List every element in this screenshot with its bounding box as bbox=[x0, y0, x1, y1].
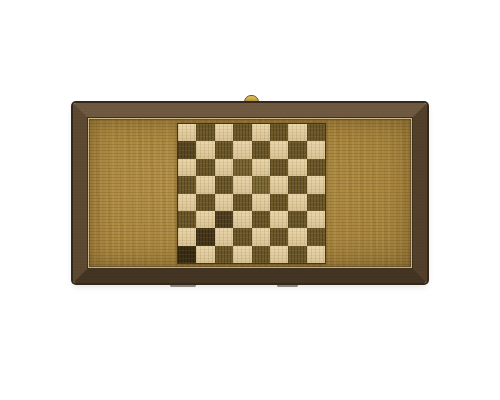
board-square bbox=[270, 228, 288, 245]
board-square bbox=[270, 211, 288, 228]
board-square bbox=[252, 211, 270, 228]
board-square bbox=[252, 228, 270, 245]
board-square bbox=[215, 228, 233, 245]
board-square bbox=[288, 124, 306, 141]
board-square bbox=[215, 211, 233, 228]
board-square bbox=[196, 228, 214, 245]
photo-background bbox=[0, 0, 500, 400]
board-square bbox=[233, 176, 251, 193]
board-square bbox=[307, 176, 325, 193]
board-square bbox=[288, 211, 306, 228]
board-square bbox=[307, 141, 325, 158]
board-square bbox=[215, 194, 233, 211]
board-square bbox=[252, 159, 270, 176]
board-square bbox=[178, 176, 196, 193]
board-square bbox=[215, 176, 233, 193]
board-square bbox=[233, 141, 251, 158]
board-square bbox=[288, 194, 306, 211]
board-square bbox=[288, 159, 306, 176]
board-square bbox=[196, 176, 214, 193]
board-square bbox=[233, 159, 251, 176]
board-square bbox=[270, 124, 288, 141]
board-square bbox=[288, 176, 306, 193]
board-square bbox=[178, 124, 196, 141]
wooden-game-box-lid bbox=[73, 103, 427, 283]
board-square bbox=[196, 141, 214, 158]
board-square bbox=[270, 194, 288, 211]
board-square bbox=[178, 228, 196, 245]
board-square bbox=[178, 159, 196, 176]
board-square bbox=[270, 246, 288, 263]
board-square bbox=[196, 159, 214, 176]
board-square bbox=[252, 176, 270, 193]
board-square bbox=[288, 228, 306, 245]
board-square bbox=[307, 211, 325, 228]
board-square bbox=[233, 211, 251, 228]
board-square bbox=[196, 124, 214, 141]
board-square bbox=[233, 228, 251, 245]
board-square bbox=[233, 124, 251, 141]
board-square bbox=[215, 141, 233, 158]
board-square bbox=[288, 246, 306, 263]
board-square bbox=[270, 141, 288, 158]
board-square bbox=[252, 124, 270, 141]
board-square bbox=[178, 141, 196, 158]
board-square bbox=[233, 246, 251, 263]
board-square bbox=[215, 246, 233, 263]
board-square bbox=[307, 159, 325, 176]
board-square bbox=[215, 159, 233, 176]
board-square bbox=[252, 194, 270, 211]
board-square bbox=[196, 194, 214, 211]
board-square bbox=[252, 141, 270, 158]
board-square bbox=[270, 176, 288, 193]
board-square bbox=[288, 141, 306, 158]
board-square bbox=[196, 211, 214, 228]
lid-wood-field bbox=[88, 118, 412, 268]
board-square bbox=[307, 246, 325, 263]
board-square bbox=[178, 194, 196, 211]
board-square bbox=[196, 246, 214, 263]
checkerboard-inlay bbox=[177, 123, 326, 264]
board-square bbox=[178, 211, 196, 228]
board-square bbox=[252, 246, 270, 263]
board-square bbox=[307, 194, 325, 211]
board-square bbox=[270, 159, 288, 176]
board-square bbox=[307, 124, 325, 141]
board-square bbox=[178, 246, 196, 263]
board-square bbox=[215, 124, 233, 141]
board-square bbox=[233, 194, 251, 211]
board-square bbox=[307, 228, 325, 245]
